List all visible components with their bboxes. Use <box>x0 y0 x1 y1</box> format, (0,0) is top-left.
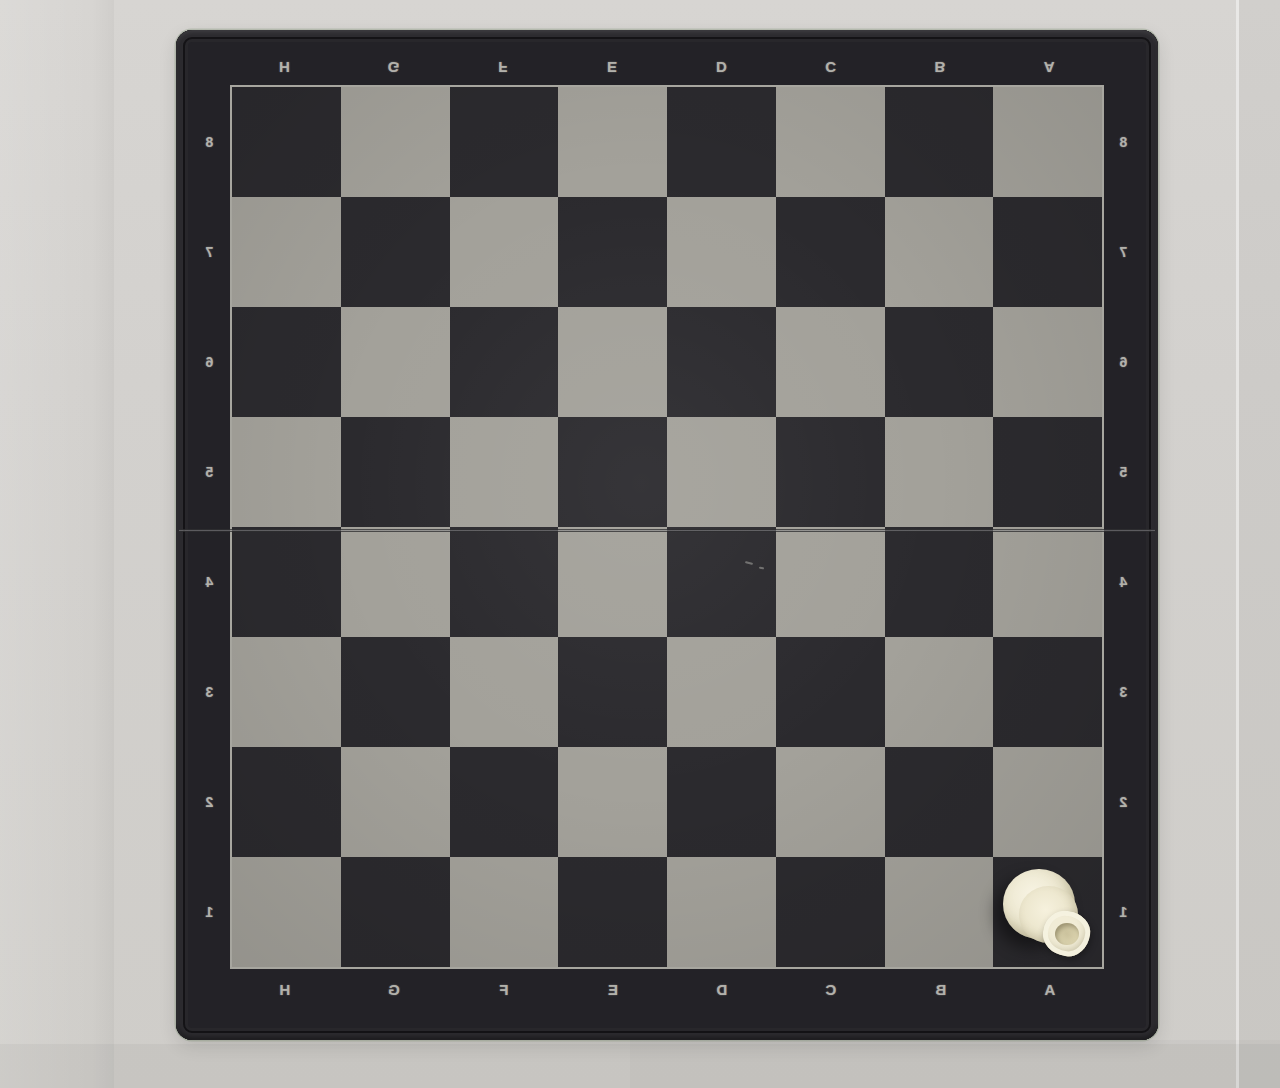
square-g6[interactable] <box>341 307 450 417</box>
square-c2[interactable] <box>776 747 885 857</box>
square-a7[interactable] <box>993 197 1102 307</box>
square-h5[interactable] <box>232 417 341 527</box>
square-d4[interactable] <box>667 527 776 637</box>
piece-crown-hollow <box>1055 923 1079 945</box>
square-f1[interactable] <box>450 857 559 967</box>
table-surface: HGFEDCBA HGFEDCBA 87654321 87654321 <box>0 0 1280 1088</box>
square-g8[interactable] <box>341 87 450 197</box>
square-b4[interactable] <box>885 527 994 637</box>
table-seam-bottom <box>630 1040 1280 1088</box>
file-label-bottom-h: H <box>230 975 339 1003</box>
square-c1[interactable] <box>776 857 885 967</box>
square-b7[interactable] <box>885 197 994 307</box>
square-b5[interactable] <box>885 417 994 527</box>
rank-label-left-8: 8 <box>196 87 222 197</box>
square-g3[interactable] <box>341 637 450 747</box>
rank-labels-right: 87654321 <box>1110 87 1136 967</box>
square-b2[interactable] <box>885 747 994 857</box>
square-e8[interactable] <box>558 87 667 197</box>
square-f8[interactable] <box>450 87 559 197</box>
rank-label-left-7: 7 <box>196 197 222 307</box>
file-label-bottom-g: G <box>339 975 448 1003</box>
square-f7[interactable] <box>450 197 559 307</box>
rank-label-left-3: 3 <box>196 637 222 747</box>
rank-label-right-1: 1 <box>1110 857 1136 967</box>
square-h8[interactable] <box>232 87 341 197</box>
square-e7[interactable] <box>558 197 667 307</box>
square-d2[interactable] <box>667 747 776 857</box>
square-c8[interactable] <box>776 87 885 197</box>
square-g1[interactable] <box>341 857 450 967</box>
rank-label-left-5: 5 <box>196 417 222 527</box>
square-a3[interactable] <box>993 637 1102 747</box>
rank-label-right-8: 8 <box>1110 87 1136 197</box>
table-shade-band-right <box>1239 0 1280 1088</box>
file-label-bottom-a: A <box>995 975 1104 1003</box>
square-g2[interactable] <box>341 747 450 857</box>
square-d7[interactable] <box>667 197 776 307</box>
square-c3[interactable] <box>776 637 885 747</box>
square-h4[interactable] <box>232 527 341 637</box>
square-b3[interactable] <box>885 637 994 747</box>
square-h7[interactable] <box>232 197 341 307</box>
file-label-bottom-f: F <box>449 975 558 1003</box>
square-a8[interactable] <box>993 87 1102 197</box>
square-h2[interactable] <box>232 747 341 857</box>
square-a4[interactable] <box>993 527 1102 637</box>
square-c7[interactable] <box>776 197 885 307</box>
file-label-top-c: C <box>776 54 885 82</box>
square-a6[interactable] <box>993 307 1102 417</box>
file-label-top-a: A <box>995 54 1104 82</box>
file-label-top-d: D <box>667 54 776 82</box>
file-label-bottom-c: C <box>776 975 885 1003</box>
square-e4[interactable] <box>558 527 667 637</box>
chess-board: HGFEDCBA HGFEDCBA 87654321 87654321 <box>176 30 1158 1040</box>
square-d6[interactable] <box>667 307 776 417</box>
square-d8[interactable] <box>667 87 776 197</box>
square-e3[interactable] <box>558 637 667 747</box>
white-rook-piece[interactable] <box>993 857 1102 967</box>
rank-label-left-6: 6 <box>196 307 222 417</box>
file-labels-top: HGFEDCBA <box>230 54 1104 82</box>
rank-label-right-6: 6 <box>1110 307 1136 417</box>
square-e6[interactable] <box>558 307 667 417</box>
file-label-bottom-b: B <box>886 975 995 1003</box>
square-d3[interactable] <box>667 637 776 747</box>
square-g4[interactable] <box>341 527 450 637</box>
square-b8[interactable] <box>885 87 994 197</box>
square-f3[interactable] <box>450 637 559 747</box>
square-f4[interactable] <box>450 527 559 637</box>
rank-labels-left: 87654321 <box>196 87 222 967</box>
square-f6[interactable] <box>450 307 559 417</box>
rank-label-left-4: 4 <box>196 527 222 637</box>
rank-label-right-7: 7 <box>1110 197 1136 307</box>
square-c6[interactable] <box>776 307 885 417</box>
square-h6[interactable] <box>232 307 341 417</box>
rank-label-right-5: 5 <box>1110 417 1136 527</box>
square-g7[interactable] <box>341 197 450 307</box>
square-e1[interactable] <box>558 857 667 967</box>
rank-label-right-4: 4 <box>1110 527 1136 637</box>
file-label-top-h: H <box>230 54 339 82</box>
square-c4[interactable] <box>776 527 885 637</box>
square-b1[interactable] <box>885 857 994 967</box>
file-label-top-f: F <box>449 54 558 82</box>
hinge-seam <box>179 529 1155 532</box>
square-d1[interactable] <box>667 857 776 967</box>
square-f5[interactable] <box>450 417 559 527</box>
square-a2[interactable] <box>993 747 1102 857</box>
square-e5[interactable] <box>558 417 667 527</box>
rank-label-right-2: 2 <box>1110 747 1136 857</box>
square-h1[interactable] <box>232 857 341 967</box>
square-c5[interactable] <box>776 417 885 527</box>
file-label-top-e: E <box>558 54 667 82</box>
rank-label-left-1: 1 <box>196 857 222 967</box>
square-f2[interactable] <box>450 747 559 857</box>
square-g5[interactable] <box>341 417 450 527</box>
file-label-bottom-e: E <box>558 975 667 1003</box>
square-a5[interactable] <box>993 417 1102 527</box>
rank-label-left-2: 2 <box>196 747 222 857</box>
file-label-top-g: G <box>339 54 448 82</box>
file-labels-bottom: HGFEDCBA <box>230 975 1104 1003</box>
playfield <box>230 85 1104 969</box>
table-reflection-band-left <box>0 0 114 1088</box>
square-a1[interactable] <box>993 857 1102 967</box>
rank-label-right-3: 3 <box>1110 637 1136 747</box>
file-label-bottom-d: D <box>667 975 776 1003</box>
square-b6[interactable] <box>885 307 994 417</box>
square-d5[interactable] <box>667 417 776 527</box>
square-h3[interactable] <box>232 637 341 747</box>
file-label-top-b: B <box>886 54 995 82</box>
square-e2[interactable] <box>558 747 667 857</box>
